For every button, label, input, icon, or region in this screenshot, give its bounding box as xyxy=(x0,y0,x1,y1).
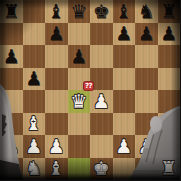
square-c7[interactable]: ♟ xyxy=(45,23,68,46)
square-d6[interactable]: ♟ xyxy=(68,45,91,68)
piece-white-pawn[interactable]: ♟ xyxy=(135,135,158,158)
square-a6[interactable]: ♟ xyxy=(0,45,23,68)
piece-black-knight[interactable]: ♞ xyxy=(135,0,158,23)
square-g8[interactable]: ♞ xyxy=(135,0,158,23)
square-h2[interactable]: ♟ xyxy=(158,135,181,158)
piece-black-rook[interactable]: ♜ xyxy=(158,0,181,23)
piece-black-pawn[interactable]: ♟ xyxy=(135,23,158,46)
square-f5[interactable] xyxy=(113,68,136,91)
piece-black-pawn[interactable]: ♟ xyxy=(45,23,68,46)
square-b5[interactable]: ♟ xyxy=(23,68,46,91)
square-a2[interactable]: ♟ xyxy=(0,135,23,158)
blunder-badge: ?? xyxy=(83,81,94,91)
square-g3[interactable] xyxy=(135,113,158,136)
square-h1[interactable]: ♜ xyxy=(158,158,181,181)
square-g6[interactable] xyxy=(135,45,158,68)
square-d1[interactable] xyxy=(68,158,91,181)
piece-white-pawn[interactable]: ♟ xyxy=(45,135,68,158)
square-c1[interactable]: ♝ xyxy=(45,158,68,181)
square-c6[interactable] xyxy=(45,45,68,68)
square-b7[interactable] xyxy=(23,23,46,46)
piece-white-pawn[interactable]: ♟ xyxy=(0,135,23,158)
square-h5[interactable] xyxy=(158,68,181,91)
square-a5[interactable] xyxy=(0,68,23,91)
square-e8[interactable]: ♚ xyxy=(90,0,113,23)
square-b1[interactable]: ♞ xyxy=(23,158,46,181)
piece-white-pawn[interactable]: ♟ xyxy=(158,135,181,158)
square-e4[interactable]: ♟ xyxy=(90,90,113,113)
square-f1[interactable] xyxy=(113,158,136,181)
piece-black-bishop[interactable]: ♝ xyxy=(45,0,68,23)
piece-black-pawn[interactable]: ♟ xyxy=(113,23,136,46)
square-b2[interactable]: ♟ xyxy=(23,135,46,158)
square-a1[interactable]: ♜ xyxy=(0,158,23,181)
square-d2[interactable] xyxy=(68,135,91,158)
square-a3[interactable] xyxy=(0,113,23,136)
square-e7[interactable] xyxy=(90,23,113,46)
square-f2[interactable]: ♟ xyxy=(113,135,136,158)
square-g5[interactable] xyxy=(135,68,158,91)
piece-white-queen[interactable]: ♛ xyxy=(68,90,91,113)
piece-black-pawn[interactable]: ♟ xyxy=(0,45,23,68)
piece-white-pawn[interactable]: ♟ xyxy=(90,90,113,113)
square-e2[interactable] xyxy=(90,135,113,158)
square-a4[interactable] xyxy=(0,90,23,113)
square-d7[interactable] xyxy=(68,23,91,46)
square-b3[interactable]: ♝ xyxy=(23,113,46,136)
square-d3[interactable] xyxy=(68,113,91,136)
piece-black-pawn[interactable]: ♟ xyxy=(68,45,91,68)
square-c5[interactable] xyxy=(45,68,68,91)
square-b6[interactable] xyxy=(23,45,46,68)
square-e1[interactable]: ♚ xyxy=(90,158,113,181)
square-f4[interactable] xyxy=(113,90,136,113)
piece-white-knight[interactable]: ♞ xyxy=(23,158,46,181)
square-c2[interactable]: ♟ xyxy=(45,135,68,158)
square-a8[interactable]: ♜ xyxy=(0,0,23,23)
square-h3[interactable] xyxy=(158,113,181,136)
square-c4[interactable] xyxy=(45,90,68,113)
piece-black-pawn[interactable]: ♟ xyxy=(23,68,46,91)
piece-white-pawn[interactable]: ♟ xyxy=(23,135,46,158)
piece-white-bishop[interactable]: ♝ xyxy=(45,158,68,181)
piece-white-rook[interactable]: ♜ xyxy=(0,158,23,181)
square-d4[interactable]: ♛ xyxy=(68,90,91,113)
square-c8[interactable]: ♝ xyxy=(45,0,68,23)
square-f7[interactable]: ♟ xyxy=(113,23,136,46)
square-b4[interactable] xyxy=(23,90,46,113)
square-b8[interactable] xyxy=(23,0,46,23)
piece-white-king[interactable]: ♚ xyxy=(90,158,113,181)
square-h7[interactable]: ♟ xyxy=(158,23,181,46)
piece-black-bishop[interactable]: ♝ xyxy=(113,0,136,23)
square-g2[interactable]: ♟ xyxy=(135,135,158,158)
piece-white-pawn[interactable]: ♟ xyxy=(113,135,136,158)
square-f8[interactable]: ♝ xyxy=(113,0,136,23)
square-g1[interactable] xyxy=(135,158,158,181)
square-c3[interactable] xyxy=(45,113,68,136)
square-f6[interactable] xyxy=(113,45,136,68)
piece-black-pawn[interactable]: ♟ xyxy=(158,23,181,46)
square-g4[interactable] xyxy=(135,90,158,113)
square-f3[interactable] xyxy=(113,113,136,136)
square-e6[interactable] xyxy=(90,45,113,68)
piece-black-king[interactable]: ♚ xyxy=(90,0,113,23)
square-g7[interactable]: ♟ xyxy=(135,23,158,46)
square-a7[interactable] xyxy=(0,23,23,46)
square-e3[interactable] xyxy=(90,113,113,136)
piece-white-rook[interactable]: ♜ xyxy=(158,158,181,181)
piece-black-queen[interactable]: ♛ xyxy=(68,0,91,23)
square-h8[interactable]: ♜ xyxy=(158,0,181,23)
piece-black-rook[interactable]: ♜ xyxy=(0,0,23,23)
piece-white-bishop[interactable]: ♝ xyxy=(23,113,46,136)
square-h6[interactable] xyxy=(158,45,181,68)
video-frame: ♜♝♛♚♝♞♜♟♟♟♟♟♟♟♛♟♝♟♟♟♟♟♟♜♞♝♚♜ ?? xyxy=(0,0,180,180)
square-h4[interactable] xyxy=(158,90,181,113)
square-d8[interactable]: ♛ xyxy=(68,0,91,23)
